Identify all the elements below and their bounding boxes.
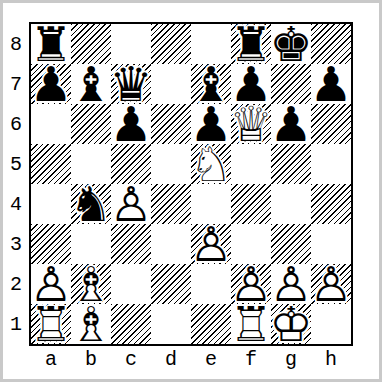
square-g8[interactable]: ♚♚ [271,24,311,64]
file-label-b: b [71,344,111,374]
white-pawn[interactable]: ♟♙ [311,264,351,304]
rank-labels: 87654321 [4,24,28,344]
file-labels: abcdefgh [31,344,351,374]
white-bishop[interactable]: ♝♗ [71,304,111,344]
black-pawn[interactable]: ♟♟ [311,64,351,104]
file-label-a: a [31,344,71,374]
square-g1[interactable]: ♚♔ [271,304,311,344]
black-bishop[interactable]: ♝♝ [71,64,111,104]
square-d3[interactable] [151,224,191,264]
square-a4[interactable] [31,184,71,224]
square-h2[interactable]: ♟♙ [311,264,351,304]
square-f1[interactable]: ♜♖ [231,304,271,344]
piece-glyph: ♙ [111,184,151,224]
square-f4[interactable] [231,184,271,224]
white-rook[interactable]: ♜♖ [231,304,271,344]
piece-glyph: ♟ [271,104,311,144]
file-label-c: c [111,344,151,374]
black-knight[interactable]: ♞♞ [71,184,111,224]
white-pawn[interactable]: ♟♙ [191,224,231,264]
black-pawn[interactable]: ♟♟ [271,104,311,144]
square-g6[interactable]: ♟♟ [271,104,311,144]
rank-label-4: 4 [4,184,28,224]
piece-glyph: ♖ [31,304,71,344]
square-d8[interactable] [151,24,191,64]
square-b7[interactable]: ♝♝ [71,64,111,104]
square-a7[interactable]: ♟♟ [31,64,71,104]
piece-glyph: ♟ [111,104,151,144]
square-f5[interactable] [231,144,271,184]
piece-glyph: ♞ [71,184,111,224]
square-b1[interactable]: ♝♗ [71,304,111,344]
piece-glyph: ♟ [31,64,71,104]
square-c6[interactable]: ♟♟ [111,104,151,144]
file-label-g: g [271,344,311,374]
square-d6[interactable] [151,104,191,144]
piece-glyph: ♟ [311,64,351,104]
rank-label-2: 2 [4,264,28,304]
piece-glyph: ♙ [191,224,231,264]
square-c4[interactable]: ♟♙ [111,184,151,224]
white-queen[interactable]: ♛♕ [231,104,271,144]
square-c1[interactable] [111,304,151,344]
square-h7[interactable]: ♟♟ [311,64,351,104]
white-knight[interactable]: ♞♘ [191,144,231,184]
file-label-e: e [191,344,231,374]
rank-label-8: 8 [4,24,28,64]
square-e1[interactable] [191,304,231,344]
rank-label-3: 3 [4,224,28,264]
square-a1[interactable]: ♜♖ [31,304,71,344]
white-rook[interactable]: ♜♖ [31,304,71,344]
chess-board: ♜♜♜♜♚♚♟♟♝♝♛♛♝♝♟♟♟♟♟♟♟♟♛♕♟♟♞♘♞♞♟♙♟♙♟♙♝♗♟♙… [29,22,353,346]
rank-label-6: 6 [4,104,28,144]
file-label-f: f [231,344,271,374]
square-d1[interactable] [151,304,191,344]
white-pawn[interactable]: ♟♙ [111,184,151,224]
square-e2[interactable] [191,264,231,304]
square-d4[interactable] [151,184,191,224]
piece-glyph: ♝ [71,64,111,104]
square-d7[interactable] [151,64,191,104]
square-h1[interactable] [311,304,351,344]
square-g5[interactable] [271,144,311,184]
square-e3[interactable]: ♟♙ [191,224,231,264]
square-b6[interactable] [71,104,111,144]
file-label-h: h [311,344,351,374]
square-a5[interactable] [31,144,71,184]
square-d2[interactable] [151,264,191,304]
square-h4[interactable] [311,184,351,224]
piece-glyph: ♖ [231,304,271,344]
square-b4[interactable]: ♞♞ [71,184,111,224]
square-c2[interactable] [111,264,151,304]
piece-glyph: ♔ [271,304,311,344]
piece-glyph: ♚ [271,24,311,64]
square-e5[interactable]: ♞♘ [191,144,231,184]
rank-label-1: 1 [4,304,28,344]
piece-glyph: ♘ [191,144,231,184]
square-g4[interactable] [271,184,311,224]
rank-label-7: 7 [4,64,28,104]
white-king[interactable]: ♚♔ [271,304,311,344]
square-c3[interactable] [111,224,151,264]
square-a6[interactable] [31,104,71,144]
piece-glyph: ♕ [231,104,271,144]
square-h5[interactable] [311,144,351,184]
black-king[interactable]: ♚♚ [271,24,311,64]
square-f6[interactable]: ♛♕ [231,104,271,144]
black-pawn[interactable]: ♟♟ [31,64,71,104]
file-label-d: d [151,344,191,374]
square-d5[interactable] [151,144,191,184]
black-pawn[interactable]: ♟♟ [111,104,151,144]
piece-glyph: ♗ [71,304,111,344]
square-h6[interactable] [311,104,351,144]
piece-glyph: ♙ [311,264,351,304]
rank-label-5: 5 [4,144,28,184]
